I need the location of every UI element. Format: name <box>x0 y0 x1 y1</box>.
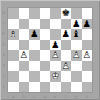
file-label-c: c <box>29 93 40 100</box>
rank-label-3: 3 <box>0 61 7 72</box>
square-c2[interactable] <box>29 71 40 82</box>
square-d6[interactable] <box>40 29 51 40</box>
chess-board: ♚♟♟♝♗♟♟♝♟♟♙♟♙♟♙♟♙♟♙♚♔ <box>8 8 92 92</box>
piece-white-king[interactable]: ♚♔ <box>50 71 61 82</box>
bishop-glyph: ♝ <box>71 29 82 40</box>
square-f3[interactable]: ♟♙ <box>61 61 72 72</box>
piece-white-pawn[interactable]: ♟♙ <box>71 50 82 61</box>
square-e1[interactable] <box>50 82 61 93</box>
square-e2[interactable]: ♚♔ <box>50 71 61 82</box>
square-h4[interactable]: ♟♙ <box>82 50 93 61</box>
square-d4[interactable] <box>40 50 51 61</box>
square-d8[interactable] <box>40 8 51 19</box>
file-label-e: e <box>50 93 61 100</box>
piece-white-pawn[interactable]: ♟♙ <box>82 50 93 61</box>
square-c1[interactable] <box>29 82 40 93</box>
square-c6[interactable]: ♟ <box>29 29 40 40</box>
file-label-a: a <box>8 93 19 100</box>
square-c4[interactable] <box>29 50 40 61</box>
square-g3[interactable] <box>71 61 82 72</box>
pawn-outline-glyph: ♙ <box>50 50 61 61</box>
file-label-h: h <box>82 93 93 100</box>
square-h3[interactable] <box>82 61 93 72</box>
square-b8[interactable] <box>19 8 30 19</box>
square-b4[interactable]: ♟♙ <box>19 50 30 61</box>
file-label-b: b <box>19 93 30 100</box>
king-outline-glyph: ♔ <box>50 71 61 82</box>
pawn-outline-glyph: ♙ <box>71 50 82 61</box>
rank-label-5: 5 <box>0 40 7 51</box>
square-g2[interactable] <box>71 71 82 82</box>
square-c8[interactable] <box>29 8 40 19</box>
square-h6[interactable] <box>82 29 93 40</box>
square-h1[interactable] <box>82 82 93 93</box>
square-h8[interactable] <box>82 8 93 19</box>
piece-white-pawn[interactable]: ♟♙ <box>61 61 72 72</box>
square-g6[interactable]: ♝ <box>71 29 82 40</box>
pawn-glyph: ♟ <box>82 19 93 30</box>
square-f8[interactable]: ♚ <box>61 8 72 19</box>
square-f5[interactable] <box>61 40 72 51</box>
piece-white-pawn[interactable]: ♟♙ <box>19 50 30 61</box>
pawn-glyph: ♟ <box>29 29 40 40</box>
square-c3[interactable] <box>29 61 40 72</box>
rank-label-1: 1 <box>0 82 7 93</box>
square-f2[interactable] <box>61 71 72 82</box>
file-label-g: g <box>71 93 82 100</box>
square-b3[interactable] <box>19 61 30 72</box>
pawn-outline-glyph: ♙ <box>82 50 93 61</box>
piece-black-bishop[interactable]: ♝ <box>71 29 82 40</box>
square-e7[interactable] <box>50 19 61 30</box>
square-c5[interactable] <box>29 40 40 51</box>
piece-white-pawn[interactable]: ♟♙ <box>50 50 61 61</box>
piece-black-pawn[interactable]: ♟ <box>61 29 72 40</box>
square-g1[interactable] <box>71 82 82 93</box>
bishop-outline-glyph: ♗ <box>8 29 19 40</box>
square-d3[interactable] <box>40 61 51 72</box>
square-h7[interactable]: ♟ <box>82 19 93 30</box>
square-b2[interactable] <box>19 71 30 82</box>
square-f1[interactable] <box>61 82 72 93</box>
square-g8[interactable] <box>71 8 82 19</box>
piece-white-bishop[interactable]: ♝♗ <box>8 29 19 40</box>
rank-label-8: 8 <box>0 8 7 19</box>
piece-black-king[interactable]: ♚ <box>61 8 72 19</box>
square-d7[interactable] <box>40 19 51 30</box>
file-label-d: d <box>40 93 51 100</box>
rank-label-7: 7 <box>0 19 7 30</box>
square-b1[interactable] <box>19 82 30 93</box>
rank-label-2: 2 <box>0 71 7 82</box>
square-a4[interactable] <box>8 50 19 61</box>
pawn-outline-glyph: ♙ <box>19 50 30 61</box>
square-f6[interactable]: ♟ <box>61 29 72 40</box>
square-g4[interactable]: ♟♙ <box>71 50 82 61</box>
file-label-f: f <box>61 93 72 100</box>
square-d5[interactable] <box>40 40 51 51</box>
square-a5[interactable] <box>8 40 19 51</box>
square-e8[interactable] <box>50 8 61 19</box>
square-a3[interactable] <box>8 61 19 72</box>
rank-label-4: 4 <box>0 50 7 61</box>
pawn-glyph: ♟ <box>61 29 72 40</box>
pawn-outline-glyph: ♙ <box>61 61 72 72</box>
piece-black-pawn[interactable]: ♟ <box>29 29 40 40</box>
square-d1[interactable] <box>40 82 51 93</box>
king-glyph: ♚ <box>61 8 72 19</box>
square-b6[interactable] <box>19 29 30 40</box>
square-e6[interactable] <box>50 29 61 40</box>
square-a2[interactable] <box>8 71 19 82</box>
square-a6[interactable]: ♝♗ <box>8 29 19 40</box>
chess-diagram: ♚♟♟♝♗♟♟♝♟♟♙♟♙♟♙♟♙♟♙♚♔ abcdefgh87654321 <box>0 0 100 100</box>
piece-black-pawn[interactable]: ♟ <box>82 19 93 30</box>
square-a1[interactable] <box>8 82 19 93</box>
rank-label-6: 6 <box>0 29 7 40</box>
square-h2[interactable] <box>82 71 93 82</box>
square-a8[interactable] <box>8 8 19 19</box>
square-e4[interactable]: ♟♙ <box>50 50 61 61</box>
square-b7[interactable] <box>19 19 30 30</box>
square-f4[interactable] <box>61 50 72 61</box>
square-d2[interactable] <box>40 71 51 82</box>
